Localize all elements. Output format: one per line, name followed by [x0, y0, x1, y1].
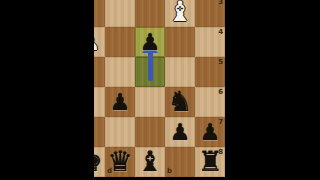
square-b7[interactable]: ♟	[165, 117, 195, 147]
square-d4[interactable]	[105, 27, 135, 57]
square-c5[interactable]	[135, 57, 165, 87]
square-e4[interactable]: ♟	[94, 27, 105, 57]
black-king-e8[interactable]: ♚	[94, 147, 105, 177]
black-pawn-d6[interactable]: ♟	[105, 87, 135, 117]
square-d5[interactable]	[105, 57, 135, 87]
square-a5[interactable]: 5	[195, 57, 225, 87]
letterbox-right	[226, 0, 320, 180]
chess-board[interactable]: ♜♞♚♛♝♞♜♟♟♟♟♟♟♟♝3♟♟45♟♞6♟♟♟♟7♟♜♞♝♚d♛♝b8♜	[94, 0, 225, 177]
square-b5[interactable]	[165, 57, 195, 87]
board-video-frame: ♜♞♚♛♝♞♜♟♟♟♟♟♟♟♝3♟♟45♟♞6♟♟♟♟7♟♜♞♝♚d♛♝b8♜	[94, 0, 226, 180]
rank-label-7: 7	[218, 119, 223, 126]
square-b8[interactable]: b	[165, 147, 195, 177]
screenshot-stage: ♜♞♚♛♝♞♜♟♟♟♟♟♟♟♝3♟♟45♟♞6♟♟♟♟7♟♜♞♝♚d♛♝b8♜	[0, 0, 320, 180]
square-d3[interactable]	[105, 0, 135, 27]
square-a3[interactable]: 3	[195, 0, 225, 27]
square-c4[interactable]: ♟	[135, 27, 165, 57]
rank-label-6: 6	[218, 89, 223, 96]
square-b4[interactable]	[165, 27, 195, 57]
square-c7[interactable]	[135, 117, 165, 147]
black-knight-b6[interactable]: ♞	[165, 87, 195, 117]
square-d6[interactable]: ♟	[105, 87, 135, 117]
rank-label-8: 8	[218, 149, 223, 156]
letterbox-left	[0, 0, 94, 180]
rank-label-5: 5	[218, 59, 223, 66]
square-a8[interactable]: 8♜	[195, 147, 225, 177]
rank-label-4: 4	[218, 29, 223, 36]
square-e8[interactable]: ♚	[94, 147, 105, 177]
square-a4[interactable]: 4	[195, 27, 225, 57]
square-e7[interactable]	[94, 117, 105, 147]
rank-label-3: 3	[218, 0, 223, 6]
square-d8[interactable]: d♛	[105, 147, 135, 177]
white-bishop-b3[interactable]: ♝	[165, 0, 195, 27]
square-b3[interactable]: ♝	[165, 0, 195, 27]
square-c6[interactable]	[135, 87, 165, 117]
square-a6[interactable]: 6	[195, 87, 225, 117]
file-label-b: b	[167, 168, 172, 175]
square-a7[interactable]: 7♟	[195, 117, 225, 147]
black-bishop-c8[interactable]: ♝	[135, 147, 165, 177]
square-e6[interactable]	[94, 87, 105, 117]
black-pawn-c4[interactable]: ♟	[135, 27, 165, 57]
white-pawn-e4[interactable]: ♟	[94, 27, 105, 57]
square-e5[interactable]	[94, 57, 105, 87]
square-d7[interactable]	[105, 117, 135, 147]
square-c3[interactable]	[135, 0, 165, 27]
square-c8[interactable]: ♝	[135, 147, 165, 177]
file-label-d: d	[107, 168, 112, 175]
black-pawn-b7[interactable]: ♟	[165, 117, 195, 147]
square-e3[interactable]	[94, 0, 105, 27]
square-b6[interactable]: ♞	[165, 87, 195, 117]
